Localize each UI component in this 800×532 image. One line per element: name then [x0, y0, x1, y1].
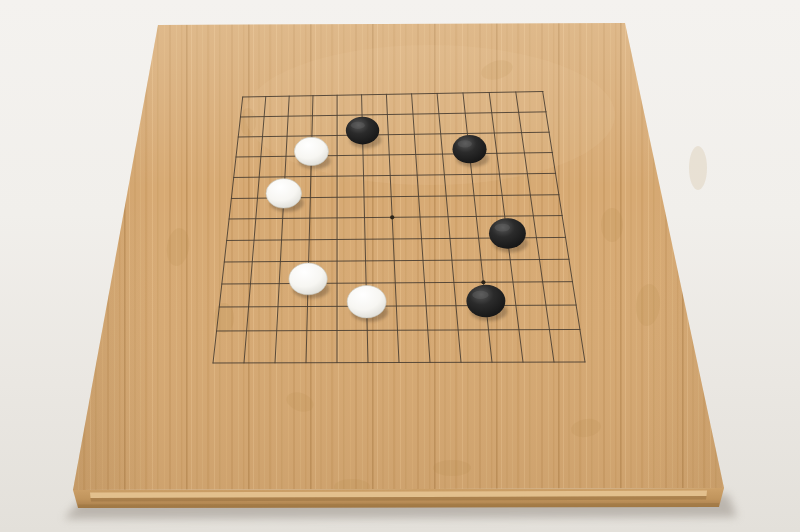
go-board[interactable] — [0, 0, 800, 532]
star-point — [390, 215, 394, 219]
star-point — [481, 280, 485, 284]
white-stone-F3[interactable] — [347, 286, 386, 318]
stone-highlight — [495, 224, 510, 232]
black-stone-K10[interactable] — [452, 135, 486, 163]
black-stone-F11[interactable] — [346, 117, 379, 145]
white-stone-C8[interactable] — [266, 179, 302, 208]
black-stone-K3[interactable] — [466, 285, 505, 317]
stone-highlight — [458, 140, 472, 147]
stone-highlight — [472, 291, 488, 299]
black-stone-L6[interactable] — [489, 218, 526, 249]
white-stone-D10[interactable] — [294, 137, 328, 165]
photo-scene — [0, 0, 800, 532]
white-stone-D4[interactable] — [289, 263, 327, 295]
stone-highlight — [351, 122, 365, 129]
